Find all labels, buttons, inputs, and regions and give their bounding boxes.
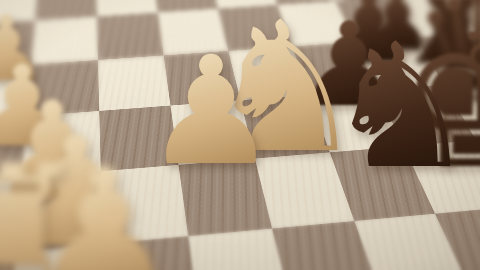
chessboard-photo: ♟♟♟♟♟♜♟♞♟♞♟♟♝♛♚ [0,0,480,270]
pieces-layer: ♟♟♟♟♟♜♟♞♟♞♟♟♝♛♚ [0,0,480,270]
piece-black-knight-e7: ♞ [324,21,478,193]
piece-white-rook-h1: ♜ [0,142,90,270]
